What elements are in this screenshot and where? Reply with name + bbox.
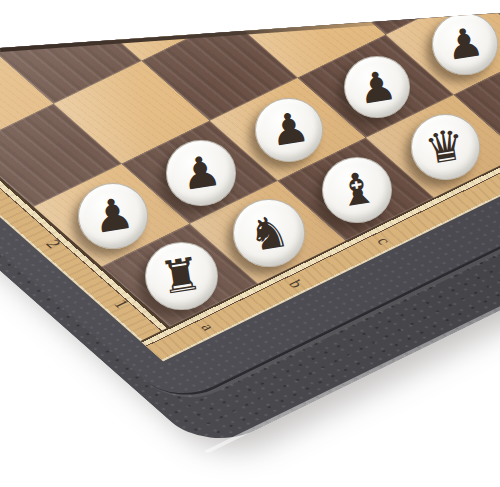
piece-white-pawn-e2[interactable]: ♟ bbox=[432, 13, 497, 75]
square-b5[interactable] bbox=[0, 0, 74, 43]
piece-white-pawn-c2[interactable]: ♟ bbox=[255, 98, 323, 162]
chess-set-photo: 1 2 a b c ♜♞♝♛♟♟♟♟♟ bbox=[0, 0, 500, 487]
piece-white-pawn-a2[interactable]: ♟ bbox=[78, 183, 149, 249]
knight-icon: ♞ bbox=[245, 208, 293, 258]
piece-white-knight-b1[interactable]: ♞ bbox=[233, 199, 305, 267]
piece-white-pawn-b2[interactable]: ♟ bbox=[166, 140, 235, 205]
bishop-icon: ♝ bbox=[334, 165, 381, 214]
pawn-icon: ♟ bbox=[355, 64, 399, 110]
pawn-icon: ♟ bbox=[267, 106, 312, 153]
piece-white-rook-a1[interactable]: ♜ bbox=[145, 242, 218, 311]
rook-icon: ♜ bbox=[157, 251, 206, 302]
photo-visible-area: 1 2 a b c ♜♞♝♛♟♟♟♟♟ bbox=[0, 0, 500, 487]
piece-white-pawn-d2[interactable]: ♟ bbox=[344, 56, 411, 119]
pawn-icon: ♟ bbox=[90, 191, 137, 240]
pawn-icon: ♟ bbox=[443, 21, 486, 66]
pieces-layer: ♜♞♝♛♟♟♟♟♟ bbox=[0, 0, 500, 487]
square-d4[interactable] bbox=[162, 0, 318, 17]
piece-white-queen-d1[interactable]: ♛ bbox=[411, 114, 480, 179]
queen-icon: ♛ bbox=[422, 123, 468, 171]
pawn-icon: ♟ bbox=[178, 149, 224, 197]
piece-white-bishop-c1[interactable]: ♝ bbox=[322, 157, 392, 223]
